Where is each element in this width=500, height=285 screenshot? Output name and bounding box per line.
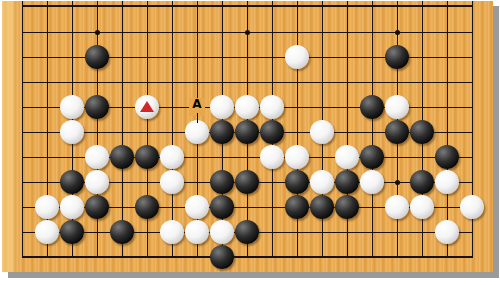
stone-white [160,170,184,194]
stone-black [235,220,259,244]
board-shadow-right [493,6,499,278]
stone-white [435,170,459,194]
stone-white [235,95,259,119]
stone-black [410,120,434,144]
stone-white [260,145,284,169]
label-dashed-line [197,113,198,123]
go-board[interactable]: A [2,1,493,272]
stone-black [85,45,109,69]
stone-black [135,145,159,169]
stone-black [385,45,409,69]
grid-line-vertical [97,1,98,258]
stone-white [260,95,284,119]
stone-black [385,120,409,144]
stone-white [60,120,84,144]
stone-white [360,170,384,194]
stone-black [310,195,334,219]
page: { "game": "go", "diagram": { "type": "pa… [0,0,500,285]
stone-black [85,95,109,119]
board-shadow-bottom [8,272,499,278]
stone-black [335,195,359,219]
stone-black [85,195,109,219]
stone-white [185,195,209,219]
stone-white [185,120,209,144]
stone-black [235,170,259,194]
stone-white [285,45,309,69]
stone-white [410,195,434,219]
stone-black [335,170,359,194]
stone-white [60,195,84,219]
stone-white [35,195,59,219]
stone-black [110,220,134,244]
stone-black [210,245,234,269]
stone-white [85,145,109,169]
star-point [395,180,400,185]
stone-black [235,120,259,144]
grid-line-vertical [297,1,298,258]
stone-black [435,145,459,169]
stone-white [310,170,334,194]
stone-black [410,170,434,194]
triangle-marker-icon [140,101,154,112]
stone-white [285,145,309,169]
grid-line-horizontal [22,82,473,83]
grid-line-vertical [372,1,373,258]
stone-white [335,145,359,169]
stone-black [260,120,284,144]
stone-black [285,170,309,194]
stone-white [185,220,209,244]
stone-black [360,95,384,119]
stone-white [60,95,84,119]
grid-line-vertical [472,1,473,258]
stone-black [60,170,84,194]
stone-white [460,195,484,219]
stone-white [210,220,234,244]
stone-white [210,95,234,119]
stone-black [360,145,384,169]
star-point [95,30,100,35]
grid-line-horizontal [22,5,473,7]
stone-white [160,220,184,244]
point-label-text: A [192,98,201,110]
stone-white [85,170,109,194]
stone-black [210,195,234,219]
stone-black [210,170,234,194]
stone-white [35,220,59,244]
stone-black [135,195,159,219]
star-point [395,30,400,35]
grid-line-vertical [347,1,348,258]
stone-black [110,145,134,169]
stone-white [310,120,334,144]
grid-line-vertical [22,1,23,258]
stone-white [385,195,409,219]
stone-black [210,120,234,144]
grid-line-vertical [147,1,148,258]
stone-white [435,220,459,244]
stone-white [385,95,409,119]
stone-black [285,195,309,219]
star-point [245,30,250,35]
stone-white [160,145,184,169]
stone-black [60,220,84,244]
grid-line-horizontal [22,256,473,258]
